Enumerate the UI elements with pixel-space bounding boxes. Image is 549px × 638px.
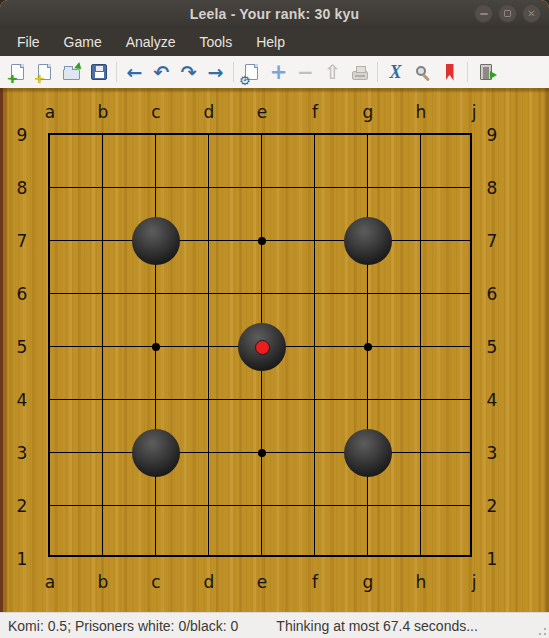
toolbar-separator xyxy=(377,62,378,82)
coord-top-e: e xyxy=(250,103,274,121)
open-folder-icon xyxy=(63,69,80,80)
close-icon: ✕ xyxy=(527,9,535,19)
minus-icon: − xyxy=(297,62,314,82)
score-button[interactable]: X xyxy=(382,59,409,85)
exit-door-icon xyxy=(480,64,492,80)
coord-bottom-f: f xyxy=(303,573,327,591)
coord-top-f: f xyxy=(303,103,327,121)
coord-top-h: h xyxy=(409,103,433,121)
window-controls: ✕ xyxy=(474,4,541,23)
coord-right-1: 1 xyxy=(480,550,504,568)
maximize-icon xyxy=(504,10,511,17)
window-title: Leela - Your rank: 30 kyu xyxy=(190,6,359,22)
menu-file[interactable]: File xyxy=(6,30,51,54)
analysis-window-button[interactable] xyxy=(409,59,436,85)
pass-button[interactable]: ⇧ xyxy=(319,59,346,85)
back-arrow-icon: ← xyxy=(127,63,143,82)
coord-bottom-j: j xyxy=(462,573,486,591)
gear-icon: ⚙ xyxy=(239,74,251,87)
statusbar: Komi: 0.5; Prisoners white: 0/black: 0 T… xyxy=(0,612,549,638)
stone-black-e5 xyxy=(238,323,286,371)
leela-window: Leela - Your rank: 30 kyu ✕ File Game An… xyxy=(0,0,549,638)
zoom-in-button[interactable]: + xyxy=(265,59,292,85)
stone-black-c3 xyxy=(132,429,180,477)
last-move-marker xyxy=(255,340,270,355)
magnifier-icon xyxy=(416,66,426,76)
coord-right-5: 5 xyxy=(480,338,504,356)
stone-black-g3 xyxy=(344,429,392,477)
coord-left-7: 7 xyxy=(10,232,34,250)
grid-line xyxy=(314,135,315,555)
maximize-button[interactable] xyxy=(498,4,517,23)
open-game-button[interactable] xyxy=(58,59,85,85)
coord-left-6: 6 xyxy=(10,285,34,303)
toolbar: + + ← ↶ ↷ → ⚙ + − xyxy=(0,56,549,88)
coord-top-g: g xyxy=(356,103,380,121)
grid-line xyxy=(50,399,470,400)
minimize-icon xyxy=(480,13,488,15)
coord-left-8: 8 xyxy=(10,179,34,197)
star-point-e7 xyxy=(258,237,266,245)
new-rated-game-icon: + xyxy=(38,64,51,80)
grid-line xyxy=(102,135,103,555)
resign-button[interactable] xyxy=(436,59,463,85)
analyze-game-button[interactable]: ⚙ xyxy=(238,59,265,85)
coord-top-c: c xyxy=(144,103,168,121)
coord-left-2: 2 xyxy=(10,497,34,515)
toolbar-separator xyxy=(467,62,468,82)
coord-bottom-g: g xyxy=(356,573,380,591)
menu-help[interactable]: Help xyxy=(245,30,296,54)
coord-top-b: b xyxy=(91,103,115,121)
menubar: File Game Analyze Tools Help xyxy=(0,28,549,56)
coord-bottom-d: d xyxy=(197,573,221,591)
redo-button[interactable]: ↷ xyxy=(175,59,202,85)
zoom-out-button[interactable]: − xyxy=(292,59,319,85)
coord-right-7: 7 xyxy=(480,232,504,250)
coord-bottom-h: h xyxy=(409,573,433,591)
minimize-button[interactable] xyxy=(474,4,493,23)
coord-left-9: 9 xyxy=(10,126,34,144)
menu-tools[interactable]: Tools xyxy=(189,30,244,54)
undo-icon: ↶ xyxy=(154,63,170,82)
coord-bottom-e: e xyxy=(250,573,274,591)
coord-bottom-a: a xyxy=(38,573,62,591)
coord-right-6: 6 xyxy=(480,285,504,303)
coord-right-9: 9 xyxy=(480,126,504,144)
exit-button[interactable] xyxy=(472,59,499,85)
coord-left-5: 5 xyxy=(10,338,34,356)
print-button[interactable] xyxy=(346,59,373,85)
score-x-icon: X xyxy=(389,63,401,81)
coord-left-1: 1 xyxy=(10,550,34,568)
forward-to-end-button[interactable]: → xyxy=(202,59,229,85)
new-game-button[interactable]: + xyxy=(4,59,31,85)
star-point-c5 xyxy=(152,343,160,351)
toolbar-separator xyxy=(116,62,117,82)
menu-analyze[interactable]: Analyze xyxy=(115,30,187,54)
board-area: aabbccddeeffgghhjj998877665544332211 xyxy=(0,88,549,612)
coord-right-8: 8 xyxy=(480,179,504,197)
new-game-icon: + xyxy=(11,64,24,80)
toolbar-separator xyxy=(233,62,234,82)
up-arrow-icon: ⇧ xyxy=(324,62,341,82)
stone-black-g7 xyxy=(344,217,392,265)
star-point-g5 xyxy=(364,343,372,351)
coord-top-d: d xyxy=(197,103,221,121)
printer-icon xyxy=(352,71,368,80)
coord-left-3: 3 xyxy=(10,444,34,462)
coord-right-3: 3 xyxy=(480,444,504,462)
coord-right-4: 4 xyxy=(480,391,504,409)
red-bookmark-icon xyxy=(446,64,454,81)
grid-line xyxy=(50,293,470,294)
status-thinking: Thinking at most 67.4 seconds... xyxy=(276,618,478,634)
titlebar[interactable]: Leela - Your rank: 30 kyu ✕ xyxy=(0,0,549,28)
grid-line xyxy=(420,135,421,555)
stone-black-c7 xyxy=(132,217,180,265)
close-button[interactable]: ✕ xyxy=(522,4,541,23)
grid-line xyxy=(50,505,470,506)
grid-line xyxy=(50,187,470,188)
save-floppy-icon xyxy=(91,64,107,80)
coord-top-j: j xyxy=(462,103,486,121)
undo-button[interactable]: ↶ xyxy=(148,59,175,85)
grid-line xyxy=(208,135,209,555)
coord-bottom-b: b xyxy=(91,573,115,591)
forward-arrow-icon: → xyxy=(208,63,224,82)
back-to-start-button[interactable]: ← xyxy=(121,59,148,85)
redo-icon: ↷ xyxy=(181,63,197,82)
coord-top-a: a xyxy=(38,103,62,121)
plus-icon: + xyxy=(270,62,288,83)
status-komi-prisoners: Komi: 0.5; Prisoners white: 0/black: 0 xyxy=(8,618,238,634)
star-point-e3 xyxy=(258,449,266,457)
resize-grip[interactable] xyxy=(535,624,547,636)
coord-right-2: 2 xyxy=(480,497,504,515)
save-game-button[interactable] xyxy=(85,59,112,85)
coord-left-4: 4 xyxy=(10,391,34,409)
coord-bottom-c: c xyxy=(144,573,168,591)
new-rated-game-button[interactable]: + xyxy=(31,59,58,85)
menu-game[interactable]: Game xyxy=(53,30,113,54)
